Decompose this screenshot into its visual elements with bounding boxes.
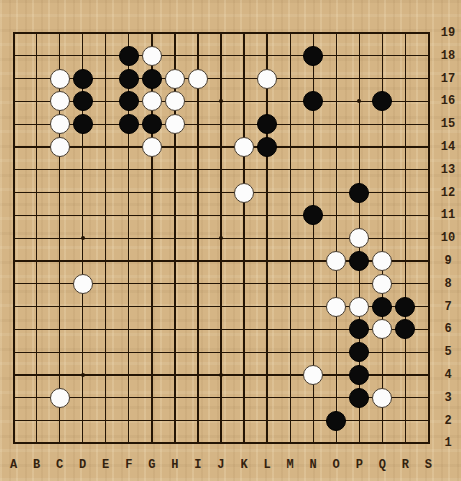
column-label: R — [394, 457, 417, 473]
white-stone — [349, 228, 369, 248]
column-coordinate-labels: ABCDEFGHIJKLMNOPQRS — [2, 457, 440, 473]
black-stone — [326, 411, 346, 431]
row-label: 13 — [437, 158, 459, 181]
row-label: 6 — [437, 318, 459, 341]
column-label: C — [48, 457, 71, 473]
white-stone — [234, 137, 254, 157]
white-stone — [188, 69, 208, 89]
row-label: 5 — [437, 341, 459, 364]
black-stone — [119, 69, 139, 89]
white-stone — [326, 251, 346, 271]
white-stone — [50, 114, 70, 134]
black-stone — [349, 183, 369, 203]
column-label: B — [25, 457, 48, 473]
black-stone — [349, 342, 369, 362]
column-label: K — [232, 457, 255, 473]
black-stone — [119, 114, 139, 134]
star-point — [357, 99, 361, 103]
white-stone — [372, 274, 392, 294]
white-stone — [165, 69, 185, 89]
row-label: 16 — [437, 90, 459, 113]
row-label: 11 — [437, 204, 459, 227]
black-stone — [372, 91, 392, 111]
black-stone — [349, 251, 369, 271]
white-stone — [372, 388, 392, 408]
column-label: A — [2, 457, 25, 473]
black-stone — [303, 91, 323, 111]
star-point — [81, 373, 85, 377]
white-stone — [349, 297, 369, 317]
row-label: 7 — [437, 295, 459, 318]
black-stone — [395, 319, 415, 339]
black-stone — [372, 297, 392, 317]
column-label: H — [163, 457, 186, 473]
white-stone — [50, 388, 70, 408]
row-label: 14 — [437, 136, 459, 159]
row-coordinate-labels: 19181716151413121110987654321 — [437, 22, 459, 455]
white-stone — [50, 69, 70, 89]
star-point — [81, 236, 85, 240]
white-stone — [142, 91, 162, 111]
black-stone — [257, 114, 277, 134]
black-stone — [142, 69, 162, 89]
column-label: D — [71, 457, 94, 473]
row-label: 12 — [437, 181, 459, 204]
column-label: S — [417, 457, 440, 473]
column-label: O — [325, 457, 348, 473]
black-stone — [395, 297, 415, 317]
black-stone — [142, 114, 162, 134]
row-label: 9 — [437, 250, 459, 273]
white-stone — [50, 137, 70, 157]
black-stone — [349, 365, 369, 385]
row-label: 8 — [437, 272, 459, 295]
column-label: I — [186, 457, 209, 473]
column-label: P — [348, 457, 371, 473]
black-stone — [303, 46, 323, 66]
white-stone — [257, 69, 277, 89]
column-label: Q — [371, 457, 394, 473]
row-label: 3 — [437, 386, 459, 409]
column-label: F — [117, 457, 140, 473]
black-stone — [73, 114, 93, 134]
white-stone — [142, 46, 162, 66]
board-intersections[interactable] — [2, 22, 440, 455]
row-label: 19 — [437, 22, 459, 45]
row-label: 17 — [437, 67, 459, 90]
row-label: 2 — [437, 409, 459, 432]
row-label: 10 — [437, 227, 459, 250]
black-stone — [73, 91, 93, 111]
white-stone — [50, 91, 70, 111]
column-label: N — [302, 457, 325, 473]
black-stone — [119, 91, 139, 111]
star-point — [219, 373, 223, 377]
star-point — [219, 236, 223, 240]
column-label: L — [256, 457, 279, 473]
black-stone — [349, 388, 369, 408]
row-label: 15 — [437, 113, 459, 136]
white-stone — [73, 274, 93, 294]
black-stone — [73, 69, 93, 89]
row-label: 18 — [437, 44, 459, 67]
white-stone — [165, 91, 185, 111]
black-stone — [303, 205, 323, 225]
row-label: 4 — [437, 364, 459, 387]
star-point — [219, 99, 223, 103]
column-label: G — [140, 457, 163, 473]
column-label: J — [209, 457, 232, 473]
column-label: E — [94, 457, 117, 473]
column-label: M — [279, 457, 302, 473]
white-stone — [142, 137, 162, 157]
white-stone — [372, 251, 392, 271]
white-stone — [303, 365, 323, 385]
black-stone — [257, 137, 277, 157]
white-stone — [234, 183, 254, 203]
white-stone — [165, 114, 185, 134]
black-stone — [119, 46, 139, 66]
black-stone — [349, 319, 369, 339]
white-stone — [372, 319, 392, 339]
row-label: 1 — [437, 432, 459, 455]
white-stone — [326, 297, 346, 317]
go-board: ABCDEFGHIJKLMNOPQRS 19181716151413121110… — [0, 0, 461, 481]
